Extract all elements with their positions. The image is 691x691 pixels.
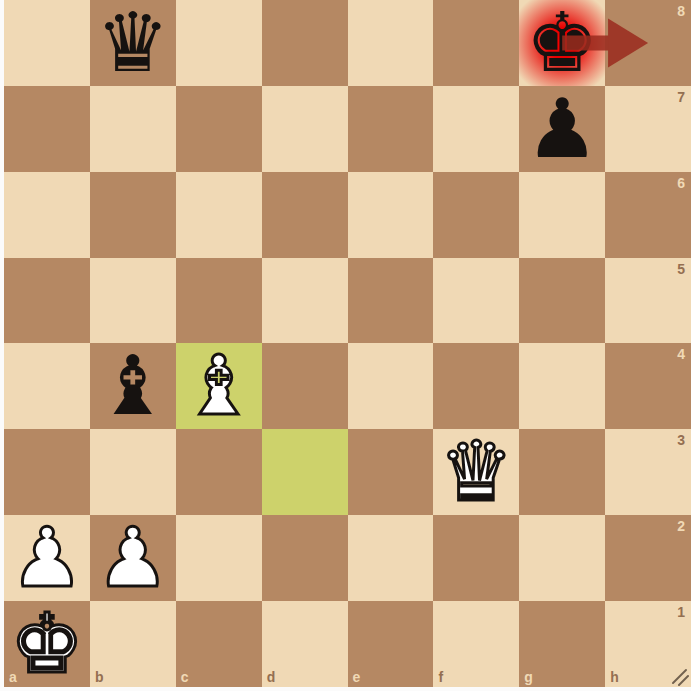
coord-file-e: e (353, 670, 361, 684)
square-h5[interactable]: 5 (605, 258, 691, 344)
coord-file-d: d (267, 670, 276, 684)
square-a3[interactable] (4, 429, 90, 515)
square-f1[interactable]: f (433, 601, 519, 687)
square-a7[interactable] (4, 86, 90, 172)
square-e5[interactable] (348, 258, 434, 344)
black-pawn[interactable]: ♟ (525, 86, 599, 172)
coord-rank-5: 5 (677, 262, 685, 276)
square-b2[interactable]: ♟ (90, 515, 176, 601)
square-b6[interactable] (90, 172, 176, 258)
square-d8[interactable] (262, 0, 348, 86)
square-c5[interactable] (176, 258, 262, 344)
square-f2[interactable] (433, 515, 519, 601)
square-a6[interactable] (4, 172, 90, 258)
square-c7[interactable] (176, 86, 262, 172)
square-h8[interactable]: 8 (605, 0, 691, 86)
square-c4[interactable]: ♝ (176, 343, 262, 429)
square-f7[interactable] (433, 86, 519, 172)
square-h7[interactable]: 7 (605, 86, 691, 172)
square-e1[interactable]: e (348, 601, 434, 687)
white-bishop[interactable]: ♝ (182, 343, 256, 429)
square-b7[interactable] (90, 86, 176, 172)
square-h3[interactable]: 3 (605, 429, 691, 515)
coord-rank-4: 4 (677, 347, 685, 361)
coord-rank-2: 2 (677, 519, 685, 533)
square-g3[interactable] (519, 429, 605, 515)
coord-rank-3: 3 (677, 433, 685, 447)
square-f3[interactable]: ♛ (433, 429, 519, 515)
square-g8[interactable]: ♚ (519, 0, 605, 86)
square-f6[interactable] (433, 172, 519, 258)
black-bishop[interactable]: ♝ (96, 343, 170, 429)
square-g1[interactable]: g (519, 601, 605, 687)
coord-file-f: f (438, 670, 443, 684)
square-c1[interactable]: c (176, 601, 262, 687)
square-a1[interactable]: ♚a (4, 601, 90, 687)
square-b4[interactable]: ♝ (90, 343, 176, 429)
black-queen[interactable]: ♛ (96, 0, 170, 86)
square-g5[interactable] (519, 258, 605, 344)
chess-board[interactable]: ♛♚8♟765♝♝4♛3♟♟2♚abcdefg1h (4, 0, 691, 687)
white-pawn[interactable]: ♟ (10, 515, 84, 601)
square-f4[interactable] (433, 343, 519, 429)
square-b1[interactable]: b (90, 601, 176, 687)
white-queen[interactable]: ♛ (440, 429, 514, 515)
square-d7[interactable] (262, 86, 348, 172)
coord-file-b: b (95, 670, 104, 684)
square-c6[interactable] (176, 172, 262, 258)
square-e7[interactable] (348, 86, 434, 172)
square-g4[interactable] (519, 343, 605, 429)
square-e3[interactable] (348, 429, 434, 515)
coord-file-h: h (610, 670, 619, 684)
square-d1[interactable]: d (262, 601, 348, 687)
coord-rank-8: 8 (677, 4, 685, 18)
square-g6[interactable] (519, 172, 605, 258)
white-pawn[interactable]: ♟ (96, 515, 170, 601)
coord-rank-1: 1 (677, 605, 685, 619)
board-background: ♛♚8♟765♝♝4♛3♟♟2♚abcdefg1h (0, 0, 691, 691)
square-e4[interactable] (348, 343, 434, 429)
square-a8[interactable] (4, 0, 90, 86)
square-h6[interactable]: 6 (605, 172, 691, 258)
square-e8[interactable] (348, 0, 434, 86)
square-d6[interactable] (262, 172, 348, 258)
square-g7[interactable]: ♟ (519, 86, 605, 172)
square-h4[interactable]: 4 (605, 343, 691, 429)
coord-file-g: g (524, 670, 533, 684)
coord-rank-6: 6 (677, 176, 685, 190)
white-king[interactable]: ♚ (10, 601, 84, 687)
square-c8[interactable] (176, 0, 262, 86)
coord-rank-7: 7 (677, 90, 685, 104)
square-e6[interactable] (348, 172, 434, 258)
square-c3[interactable] (176, 429, 262, 515)
resize-handle-icon[interactable] (669, 666, 689, 686)
black-king[interactable]: ♚ (525, 0, 599, 86)
square-b5[interactable] (90, 258, 176, 344)
coord-file-a: a (9, 670, 17, 684)
square-f5[interactable] (433, 258, 519, 344)
square-d5[interactable] (262, 258, 348, 344)
square-d2[interactable] (262, 515, 348, 601)
square-h2[interactable]: 2 (605, 515, 691, 601)
square-a2[interactable]: ♟ (4, 515, 90, 601)
square-a4[interactable] (4, 343, 90, 429)
square-a5[interactable] (4, 258, 90, 344)
square-g2[interactable] (519, 515, 605, 601)
square-b8[interactable]: ♛ (90, 0, 176, 86)
square-f8[interactable] (433, 0, 519, 86)
square-e2[interactable] (348, 515, 434, 601)
square-d3[interactable] (262, 429, 348, 515)
coord-file-c: c (181, 670, 189, 684)
square-b3[interactable] (90, 429, 176, 515)
square-d4[interactable] (262, 343, 348, 429)
square-c2[interactable] (176, 515, 262, 601)
